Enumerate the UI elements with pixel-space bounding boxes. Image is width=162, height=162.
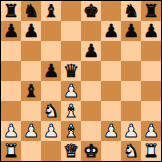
piece-white-pawn[interactable]: ♟ bbox=[63, 81, 79, 101]
square-f3[interactable] bbox=[101, 101, 121, 121]
square-e4[interactable] bbox=[81, 81, 101, 101]
square-b6[interactable] bbox=[21, 41, 41, 61]
piece-white-pawn[interactable]: ♟ bbox=[143, 121, 159, 141]
square-d1[interactable]: ♛ bbox=[61, 141, 81, 161]
square-d2[interactable]: ♝ bbox=[61, 121, 81, 141]
piece-black-rook[interactable]: ♜ bbox=[143, 1, 159, 21]
square-e7[interactable] bbox=[81, 21, 101, 41]
square-a4[interactable] bbox=[1, 81, 21, 101]
square-f4[interactable] bbox=[101, 81, 121, 101]
piece-black-knight[interactable]: ♞ bbox=[23, 1, 39, 21]
square-a2[interactable]: ♟ bbox=[1, 121, 21, 141]
square-f1[interactable] bbox=[101, 141, 121, 161]
piece-black-pawn[interactable]: ♟ bbox=[123, 21, 139, 41]
square-g5[interactable] bbox=[121, 61, 141, 81]
square-e3[interactable] bbox=[81, 101, 101, 121]
square-f2[interactable]: ♟ bbox=[101, 121, 121, 141]
piece-white-pawn[interactable]: ♟ bbox=[103, 121, 119, 141]
piece-black-bishop[interactable]: ♝ bbox=[23, 81, 39, 101]
square-h5[interactable] bbox=[141, 61, 161, 81]
square-c5[interactable]: ♟ bbox=[41, 61, 61, 81]
square-c2[interactable]: ♟ bbox=[41, 121, 61, 141]
square-e1[interactable]: ♚ bbox=[81, 141, 101, 161]
square-c6[interactable] bbox=[41, 41, 61, 61]
square-a5[interactable] bbox=[1, 61, 21, 81]
square-h3[interactable] bbox=[141, 101, 161, 121]
chess-board: ♜♞♝♚♞♜♟♟♟♟♟♟♟♛♝♟♞♝♟♟♟♝♟♟♟♜♛♚♞♜ bbox=[0, 0, 162, 162]
square-b2[interactable]: ♟ bbox=[21, 121, 41, 141]
square-c4[interactable] bbox=[41, 81, 61, 101]
piece-black-pawn[interactable]: ♟ bbox=[103, 21, 119, 41]
square-b7[interactable]: ♟ bbox=[21, 21, 41, 41]
square-h6[interactable] bbox=[141, 41, 161, 61]
piece-white-queen[interactable]: ♛ bbox=[63, 141, 79, 161]
square-g1[interactable]: ♞ bbox=[121, 141, 141, 161]
square-d8[interactable] bbox=[61, 1, 81, 21]
square-g8[interactable]: ♞ bbox=[121, 1, 141, 21]
square-b1[interactable] bbox=[21, 141, 41, 161]
square-a3[interactable] bbox=[1, 101, 21, 121]
square-b5[interactable] bbox=[21, 61, 41, 81]
piece-white-knight[interactable]: ♞ bbox=[123, 141, 139, 161]
square-f7[interactable]: ♟ bbox=[101, 21, 121, 41]
piece-black-pawn[interactable]: ♟ bbox=[143, 21, 159, 41]
piece-white-king[interactable]: ♚ bbox=[83, 141, 99, 161]
square-h4[interactable] bbox=[141, 81, 161, 101]
square-d6[interactable] bbox=[61, 41, 81, 61]
square-e8[interactable]: ♚ bbox=[81, 1, 101, 21]
square-h8[interactable]: ♜ bbox=[141, 1, 161, 21]
piece-black-pawn[interactable]: ♟ bbox=[23, 21, 39, 41]
square-c1[interactable] bbox=[41, 141, 61, 161]
square-c3[interactable]: ♞ bbox=[41, 101, 61, 121]
piece-black-king[interactable]: ♚ bbox=[83, 1, 99, 21]
piece-white-rook[interactable]: ♜ bbox=[143, 141, 159, 161]
piece-black-pawn[interactable]: ♟ bbox=[83, 41, 99, 61]
square-g7[interactable]: ♟ bbox=[121, 21, 141, 41]
square-f8[interactable] bbox=[101, 1, 121, 21]
square-g2[interactable]: ♟ bbox=[121, 121, 141, 141]
square-a1[interactable]: ♜ bbox=[1, 141, 21, 161]
square-e6[interactable]: ♟ bbox=[81, 41, 101, 61]
square-e5[interactable] bbox=[81, 61, 101, 81]
square-d3[interactable]: ♝ bbox=[61, 101, 81, 121]
square-c7[interactable] bbox=[41, 21, 61, 41]
square-f5[interactable] bbox=[101, 61, 121, 81]
piece-black-queen[interactable]: ♛ bbox=[63, 61, 79, 81]
piece-black-rook[interactable]: ♜ bbox=[3, 1, 19, 21]
piece-white-knight[interactable]: ♞ bbox=[43, 101, 59, 121]
square-h2[interactable]: ♟ bbox=[141, 121, 161, 141]
piece-black-pawn[interactable]: ♟ bbox=[43, 61, 59, 81]
piece-white-bishop[interactable]: ♝ bbox=[63, 101, 79, 121]
square-e2[interactable] bbox=[81, 121, 101, 141]
square-b4[interactable]: ♝ bbox=[21, 81, 41, 101]
square-c8[interactable]: ♝ bbox=[41, 1, 61, 21]
piece-white-pawn[interactable]: ♟ bbox=[23, 121, 39, 141]
square-f6[interactable] bbox=[101, 41, 121, 61]
piece-white-pawn[interactable]: ♟ bbox=[3, 121, 19, 141]
piece-white-pawn[interactable]: ♟ bbox=[43, 121, 59, 141]
piece-black-bishop[interactable]: ♝ bbox=[43, 1, 59, 21]
piece-white-rook[interactable]: ♜ bbox=[3, 141, 19, 161]
square-d5[interactable]: ♛ bbox=[61, 61, 81, 81]
square-d4[interactable]: ♟ bbox=[61, 81, 81, 101]
piece-black-pawn[interactable]: ♟ bbox=[3, 21, 19, 41]
square-b3[interactable] bbox=[21, 101, 41, 121]
square-g3[interactable] bbox=[121, 101, 141, 121]
piece-black-knight[interactable]: ♞ bbox=[123, 1, 139, 21]
piece-white-bishop[interactable]: ♝ bbox=[63, 121, 79, 141]
square-a8[interactable]: ♜ bbox=[1, 1, 21, 21]
square-h1[interactable]: ♜ bbox=[141, 141, 161, 161]
square-h7[interactable]: ♟ bbox=[141, 21, 161, 41]
square-g6[interactable] bbox=[121, 41, 141, 61]
square-a7[interactable]: ♟ bbox=[1, 21, 21, 41]
square-a6[interactable] bbox=[1, 41, 21, 61]
square-d7[interactable] bbox=[61, 21, 81, 41]
piece-white-pawn[interactable]: ♟ bbox=[123, 121, 139, 141]
square-b8[interactable]: ♞ bbox=[21, 1, 41, 21]
square-g4[interactable] bbox=[121, 81, 141, 101]
